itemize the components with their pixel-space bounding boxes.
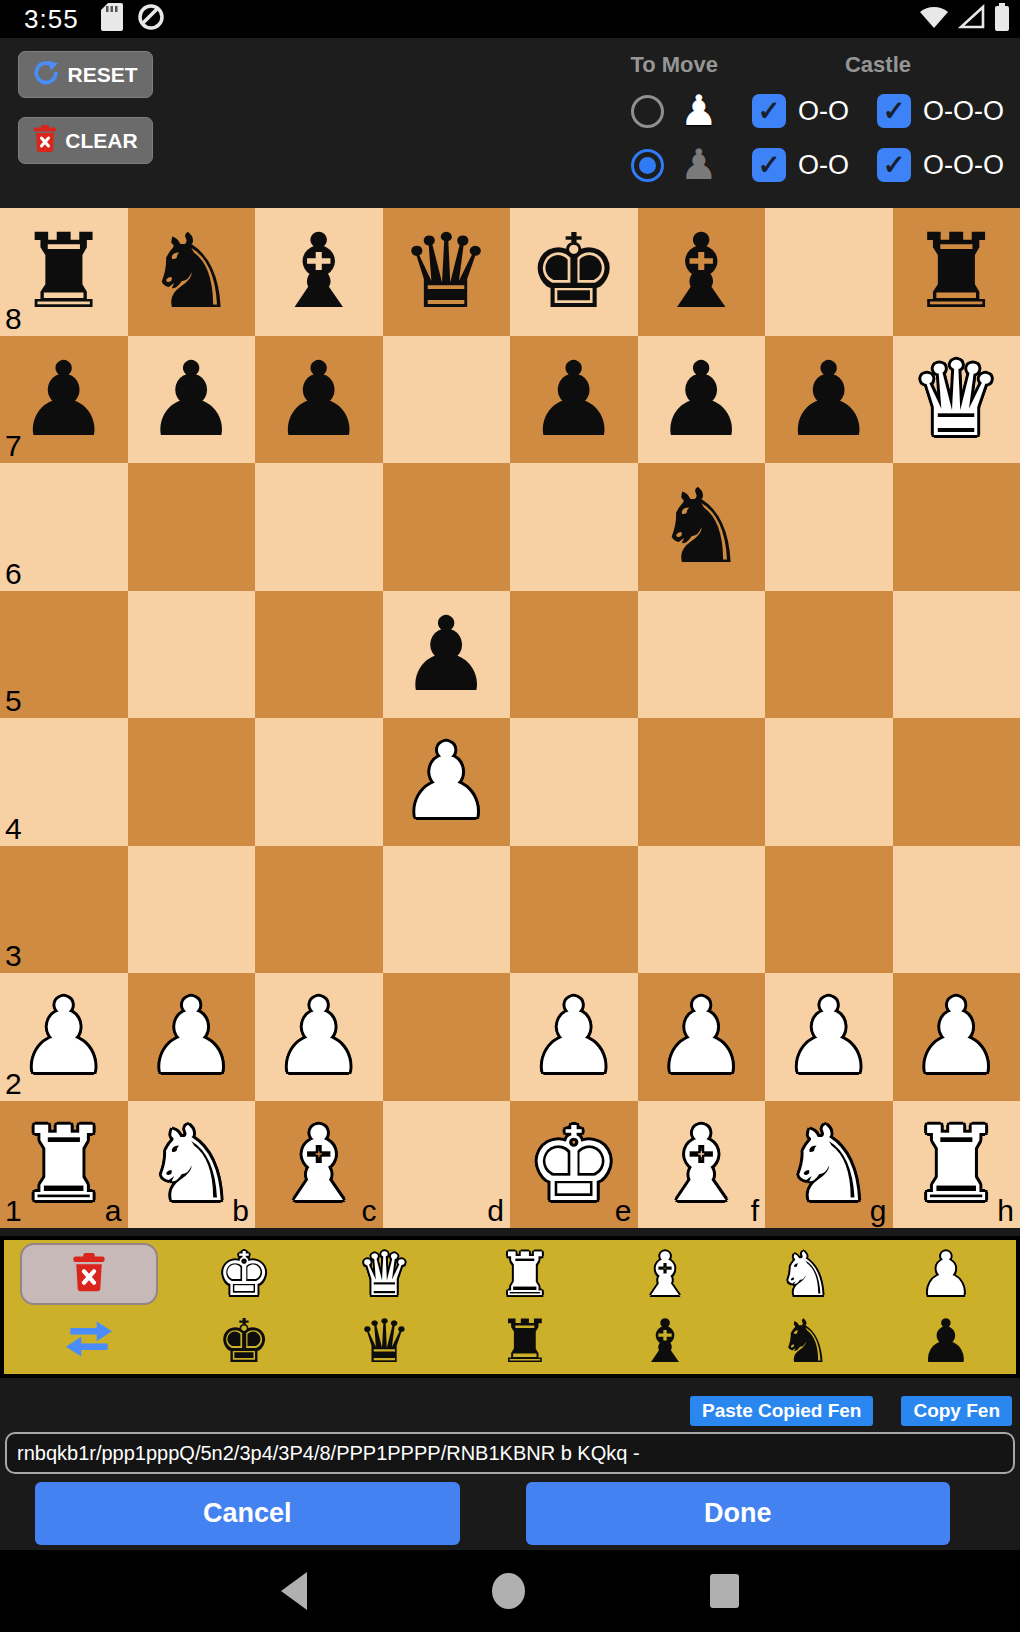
square-g7[interactable]: ♟: [765, 336, 893, 464]
white-pawn-icon: ♟: [680, 88, 718, 134]
to-move-header: To Move: [630, 46, 718, 84]
black-pawn: ♟: [400, 603, 492, 706]
rank-label-5: 5: [5, 686, 22, 716]
square-a7[interactable]: ♟7: [0, 336, 128, 464]
square-h7[interactable]: ♛: [893, 336, 1020, 464]
white-queenside-checkbox[interactable]: [877, 94, 911, 128]
white-kingside-checkbox[interactable]: [752, 94, 786, 128]
done-button[interactable]: Done: [526, 1482, 951, 1545]
square-d8[interactable]: ♛: [383, 208, 511, 336]
square-f6[interactable]: ♞: [638, 463, 766, 591]
rank-label-3: 3: [5, 941, 22, 971]
wifi-icon: [918, 4, 950, 34]
square-g4[interactable]: [765, 718, 893, 846]
square-d6[interactable]: [383, 463, 511, 591]
black-bishop: ♝: [655, 220, 747, 323]
sd-card-icon: [101, 3, 123, 35]
white-knight: ♞: [145, 1113, 237, 1216]
piece-glyph: ♝: [638, 1311, 692, 1371]
black-kingside-checkbox[interactable]: [752, 148, 786, 182]
black-pawn: ♟: [655, 348, 747, 451]
rank-label-8: 8: [5, 304, 22, 334]
black-queen: ♛: [400, 220, 492, 323]
square-g8[interactable]: [765, 208, 893, 336]
black-to-move-radio[interactable]: [631, 149, 664, 182]
file-label-c: c: [362, 1196, 377, 1226]
swap-colors-button[interactable]: [59, 1317, 119, 1365]
white-to-move-radio[interactable]: [631, 95, 664, 128]
white-knight: ♞: [783, 1113, 875, 1216]
fen-input[interactable]: [5, 1432, 1015, 1474]
palette-black-knight[interactable]: ♞: [735, 1311, 875, 1371]
white-queen: ♛: [910, 348, 1002, 451]
swap-colors-icon: [61, 1317, 117, 1364]
square-d1[interactable]: d: [383, 1101, 511, 1229]
square-b7[interactable]: ♟: [128, 336, 256, 464]
square-d2[interactable]: [383, 973, 511, 1101]
square-c8[interactable]: ♝: [255, 208, 383, 336]
black-pawn: ♟: [145, 348, 237, 451]
square-g1[interactable]: ♞g: [765, 1101, 893, 1229]
piece-glyph: ♝: [638, 1244, 692, 1304]
white-bishop: ♝: [273, 1113, 365, 1216]
piece-palette: ♚♛♜♝♞♟ ♚♛♜♝♞♟: [0, 1236, 1020, 1378]
square-c7[interactable]: ♟: [255, 336, 383, 464]
rank-label-7: 7: [5, 431, 22, 461]
square-b6[interactable]: [128, 463, 256, 591]
square-d5[interactable]: ♟: [383, 591, 511, 719]
square-d7[interactable]: [383, 336, 511, 464]
white-pawn: ♟: [783, 985, 875, 1088]
square-f7[interactable]: ♟: [638, 336, 766, 464]
white-pawn: ♟: [910, 985, 1002, 1088]
palette-white-king[interactable]: ♚: [174, 1244, 314, 1304]
black-queenside-checkbox[interactable]: [877, 148, 911, 182]
square-h8[interactable]: ♜: [893, 208, 1020, 336]
editor-toolbar: RESET CLEAR To Move ♟ ♟: [0, 38, 1020, 208]
copy-fen-button[interactable]: Copy Fen: [901, 1396, 1012, 1426]
square-e7[interactable]: ♟: [510, 336, 638, 464]
square-c5[interactable]: [255, 591, 383, 719]
black-pawn-icon: ♟: [680, 142, 718, 188]
square-c3[interactable]: [255, 846, 383, 974]
piece-glyph: ♚: [217, 1311, 271, 1371]
square-b3[interactable]: [128, 846, 256, 974]
palette-black-king[interactable]: ♚: [174, 1311, 314, 1371]
white-pawn: ♟: [655, 985, 747, 1088]
clear-button[interactable]: CLEAR: [18, 117, 153, 164]
square-a3[interactable]: 3: [0, 846, 128, 974]
trash-icon: [33, 125, 57, 157]
white-queenside-label: O-O-O: [923, 96, 1004, 127]
piece-glyph: ♞: [779, 1311, 833, 1371]
rank-label-6: 6: [5, 559, 22, 589]
square-f2[interactable]: ♟: [638, 973, 766, 1101]
white-rook: ♜: [910, 1113, 1002, 1216]
square-e5[interactable]: [510, 591, 638, 719]
android-nav-bar: [0, 1550, 1020, 1632]
square-e3[interactable]: [510, 846, 638, 974]
trash-icon: [72, 1252, 106, 1295]
file-label-b: b: [232, 1196, 249, 1226]
square-b2[interactable]: ♟: [128, 973, 256, 1101]
file-label-d: d: [487, 1196, 504, 1226]
palette-white-bishop[interactable]: ♝: [595, 1244, 735, 1304]
black-pawn: ♟: [273, 348, 365, 451]
square-h2[interactable]: ♟: [893, 973, 1020, 1101]
white-pawn: ♟: [528, 985, 620, 1088]
delete-piece-button[interactable]: [20, 1243, 158, 1305]
home-icon[interactable]: [492, 1573, 525, 1609]
file-label-g: g: [870, 1196, 887, 1226]
square-e2[interactable]: ♟: [510, 973, 638, 1101]
black-king: ♚: [528, 220, 620, 323]
status-bar: 3:55: [0, 0, 1020, 38]
square-e4[interactable]: [510, 718, 638, 846]
white-bishop: ♝: [655, 1113, 747, 1216]
file-label-a: a: [105, 1196, 122, 1226]
square-d4[interactable]: ♟: [383, 718, 511, 846]
square-f1[interactable]: ♝f: [638, 1101, 766, 1229]
square-f8[interactable]: ♝: [638, 208, 766, 336]
paste-fen-button[interactable]: Paste Copied Fen: [690, 1396, 873, 1426]
black-pawn: ♟: [18, 348, 110, 451]
back-icon[interactable]: [281, 1572, 307, 1610]
castle-group: Castle O-O O-O-O O-O O-O-O: [752, 46, 1004, 208]
palette-white-rook[interactable]: ♜: [455, 1244, 595, 1304]
palette-black-rook[interactable]: ♜: [455, 1311, 595, 1371]
palette-white-queen[interactable]: ♛: [314, 1244, 454, 1304]
piece-glyph: ♟: [919, 1311, 973, 1371]
square-h3[interactable]: [893, 846, 1020, 974]
white-pawn: ♟: [145, 985, 237, 1088]
white-pawn: ♟: [18, 985, 110, 1088]
palette-black-row: ♚♛♜♝♞♟: [4, 1307, 1016, 1374]
piece-glyph: ♜: [498, 1244, 552, 1304]
palette-black-bishop[interactable]: ♝: [595, 1311, 735, 1371]
piece-glyph: ♛: [358, 1244, 412, 1304]
file-label-f: f: [751, 1196, 759, 1226]
cancel-button[interactable]: Cancel: [35, 1482, 460, 1545]
black-kingside-label: O-O: [798, 150, 849, 181]
square-a2[interactable]: ♟2: [0, 973, 128, 1101]
square-c1[interactable]: ♝c: [255, 1101, 383, 1229]
dialog-buttons-row: Cancel Done: [0, 1474, 1020, 1545]
white-pawn: ♟: [273, 985, 365, 1088]
piece-glyph: ♜: [498, 1311, 552, 1371]
square-h6[interactable]: [893, 463, 1020, 591]
square-b5[interactable]: [128, 591, 256, 719]
white-pawn: ♟: [400, 730, 492, 833]
square-c2[interactable]: ♟: [255, 973, 383, 1101]
square-a8[interactable]: ♜8: [0, 208, 128, 336]
square-d3[interactable]: [383, 846, 511, 974]
black-pawn: ♟: [783, 348, 875, 451]
reset-label: RESET: [67, 63, 137, 87]
file-label-e: e: [615, 1196, 632, 1226]
square-f5[interactable]: [638, 591, 766, 719]
piece-glyph: ♞: [779, 1244, 833, 1304]
square-c6[interactable]: [255, 463, 383, 591]
white-kingside-label: O-O: [798, 96, 849, 127]
black-rook: ♜: [910, 220, 1002, 323]
square-f4[interactable]: [638, 718, 766, 846]
piece-glyph: ♚: [217, 1244, 271, 1304]
file-label-h: h: [997, 1196, 1014, 1226]
black-rook: ♜: [18, 220, 110, 323]
square-a1[interactable]: ♜1a: [0, 1101, 128, 1229]
piece-glyph: ♟: [919, 1244, 973, 1304]
clear-label: CLEAR: [65, 129, 137, 153]
palette-black-queen[interactable]: ♛: [314, 1311, 454, 1371]
piece-glyph: ♛: [358, 1311, 412, 1371]
white-rook: ♜: [18, 1113, 110, 1216]
chess-board: ♜8♞♝♛♚♝♜♟7♟♟♟♟♟♛6♞5♟4♟3♟2♟♟♟♟♟♟♜1a♞b♝cd♚…: [0, 208, 1020, 1228]
square-g6[interactable]: [765, 463, 893, 591]
square-e1[interactable]: ♚e: [510, 1101, 638, 1229]
square-g3[interactable]: [765, 846, 893, 974]
black-knight: ♞: [655, 475, 747, 578]
black-bishop: ♝: [273, 220, 365, 323]
square-c4[interactable]: [255, 718, 383, 846]
palette-white-pawn[interactable]: ♟: [876, 1244, 1016, 1304]
square-b1[interactable]: ♞b: [128, 1101, 256, 1229]
white-king: ♚: [528, 1113, 620, 1216]
clock-time: 3:55: [24, 4, 79, 35]
rank-label-2: 2: [5, 1069, 22, 1099]
to-move-group: To Move ♟ ♟: [630, 46, 718, 208]
castle-header: Castle: [845, 46, 911, 84]
rank-label-4: 4: [5, 814, 22, 844]
rank-label-1: 1: [5, 1196, 22, 1226]
square-a5[interactable]: 5: [0, 591, 128, 719]
reset-icon: [33, 59, 59, 90]
recents-icon[interactable]: [710, 1574, 739, 1608]
reset-button[interactable]: RESET: [18, 51, 153, 98]
square-b8[interactable]: ♞: [128, 208, 256, 336]
chess-position-editor-screen: 3:55 R: [0, 0, 1020, 1632]
black-pawn: ♟: [528, 348, 620, 451]
square-g2[interactable]: ♟: [765, 973, 893, 1101]
black-knight: ♞: [145, 220, 237, 323]
square-e6[interactable]: [510, 463, 638, 591]
square-e8[interactable]: ♚: [510, 208, 638, 336]
square-f3[interactable]: [638, 846, 766, 974]
square-h1[interactable]: ♜h: [893, 1101, 1020, 1229]
square-h5[interactable]: [893, 591, 1020, 719]
square-g5[interactable]: [765, 591, 893, 719]
cell-signal-icon: [958, 4, 986, 34]
battery-icon: [994, 3, 1010, 35]
square-b4[interactable]: [128, 718, 256, 846]
square-a4[interactable]: 4: [0, 718, 128, 846]
square-a6[interactable]: 6: [0, 463, 128, 591]
square-h4[interactable]: [893, 718, 1020, 846]
palette-white-knight[interactable]: ♞: [735, 1244, 875, 1304]
fen-actions-row: Paste Copied Fen Copy Fen: [0, 1378, 1020, 1432]
data-saver-icon: [137, 3, 165, 35]
palette-black-pawn[interactable]: ♟: [876, 1311, 1016, 1371]
black-queenside-label: O-O-O: [923, 150, 1004, 181]
palette-white-row: ♚♛♜♝♞♟: [4, 1240, 1016, 1307]
